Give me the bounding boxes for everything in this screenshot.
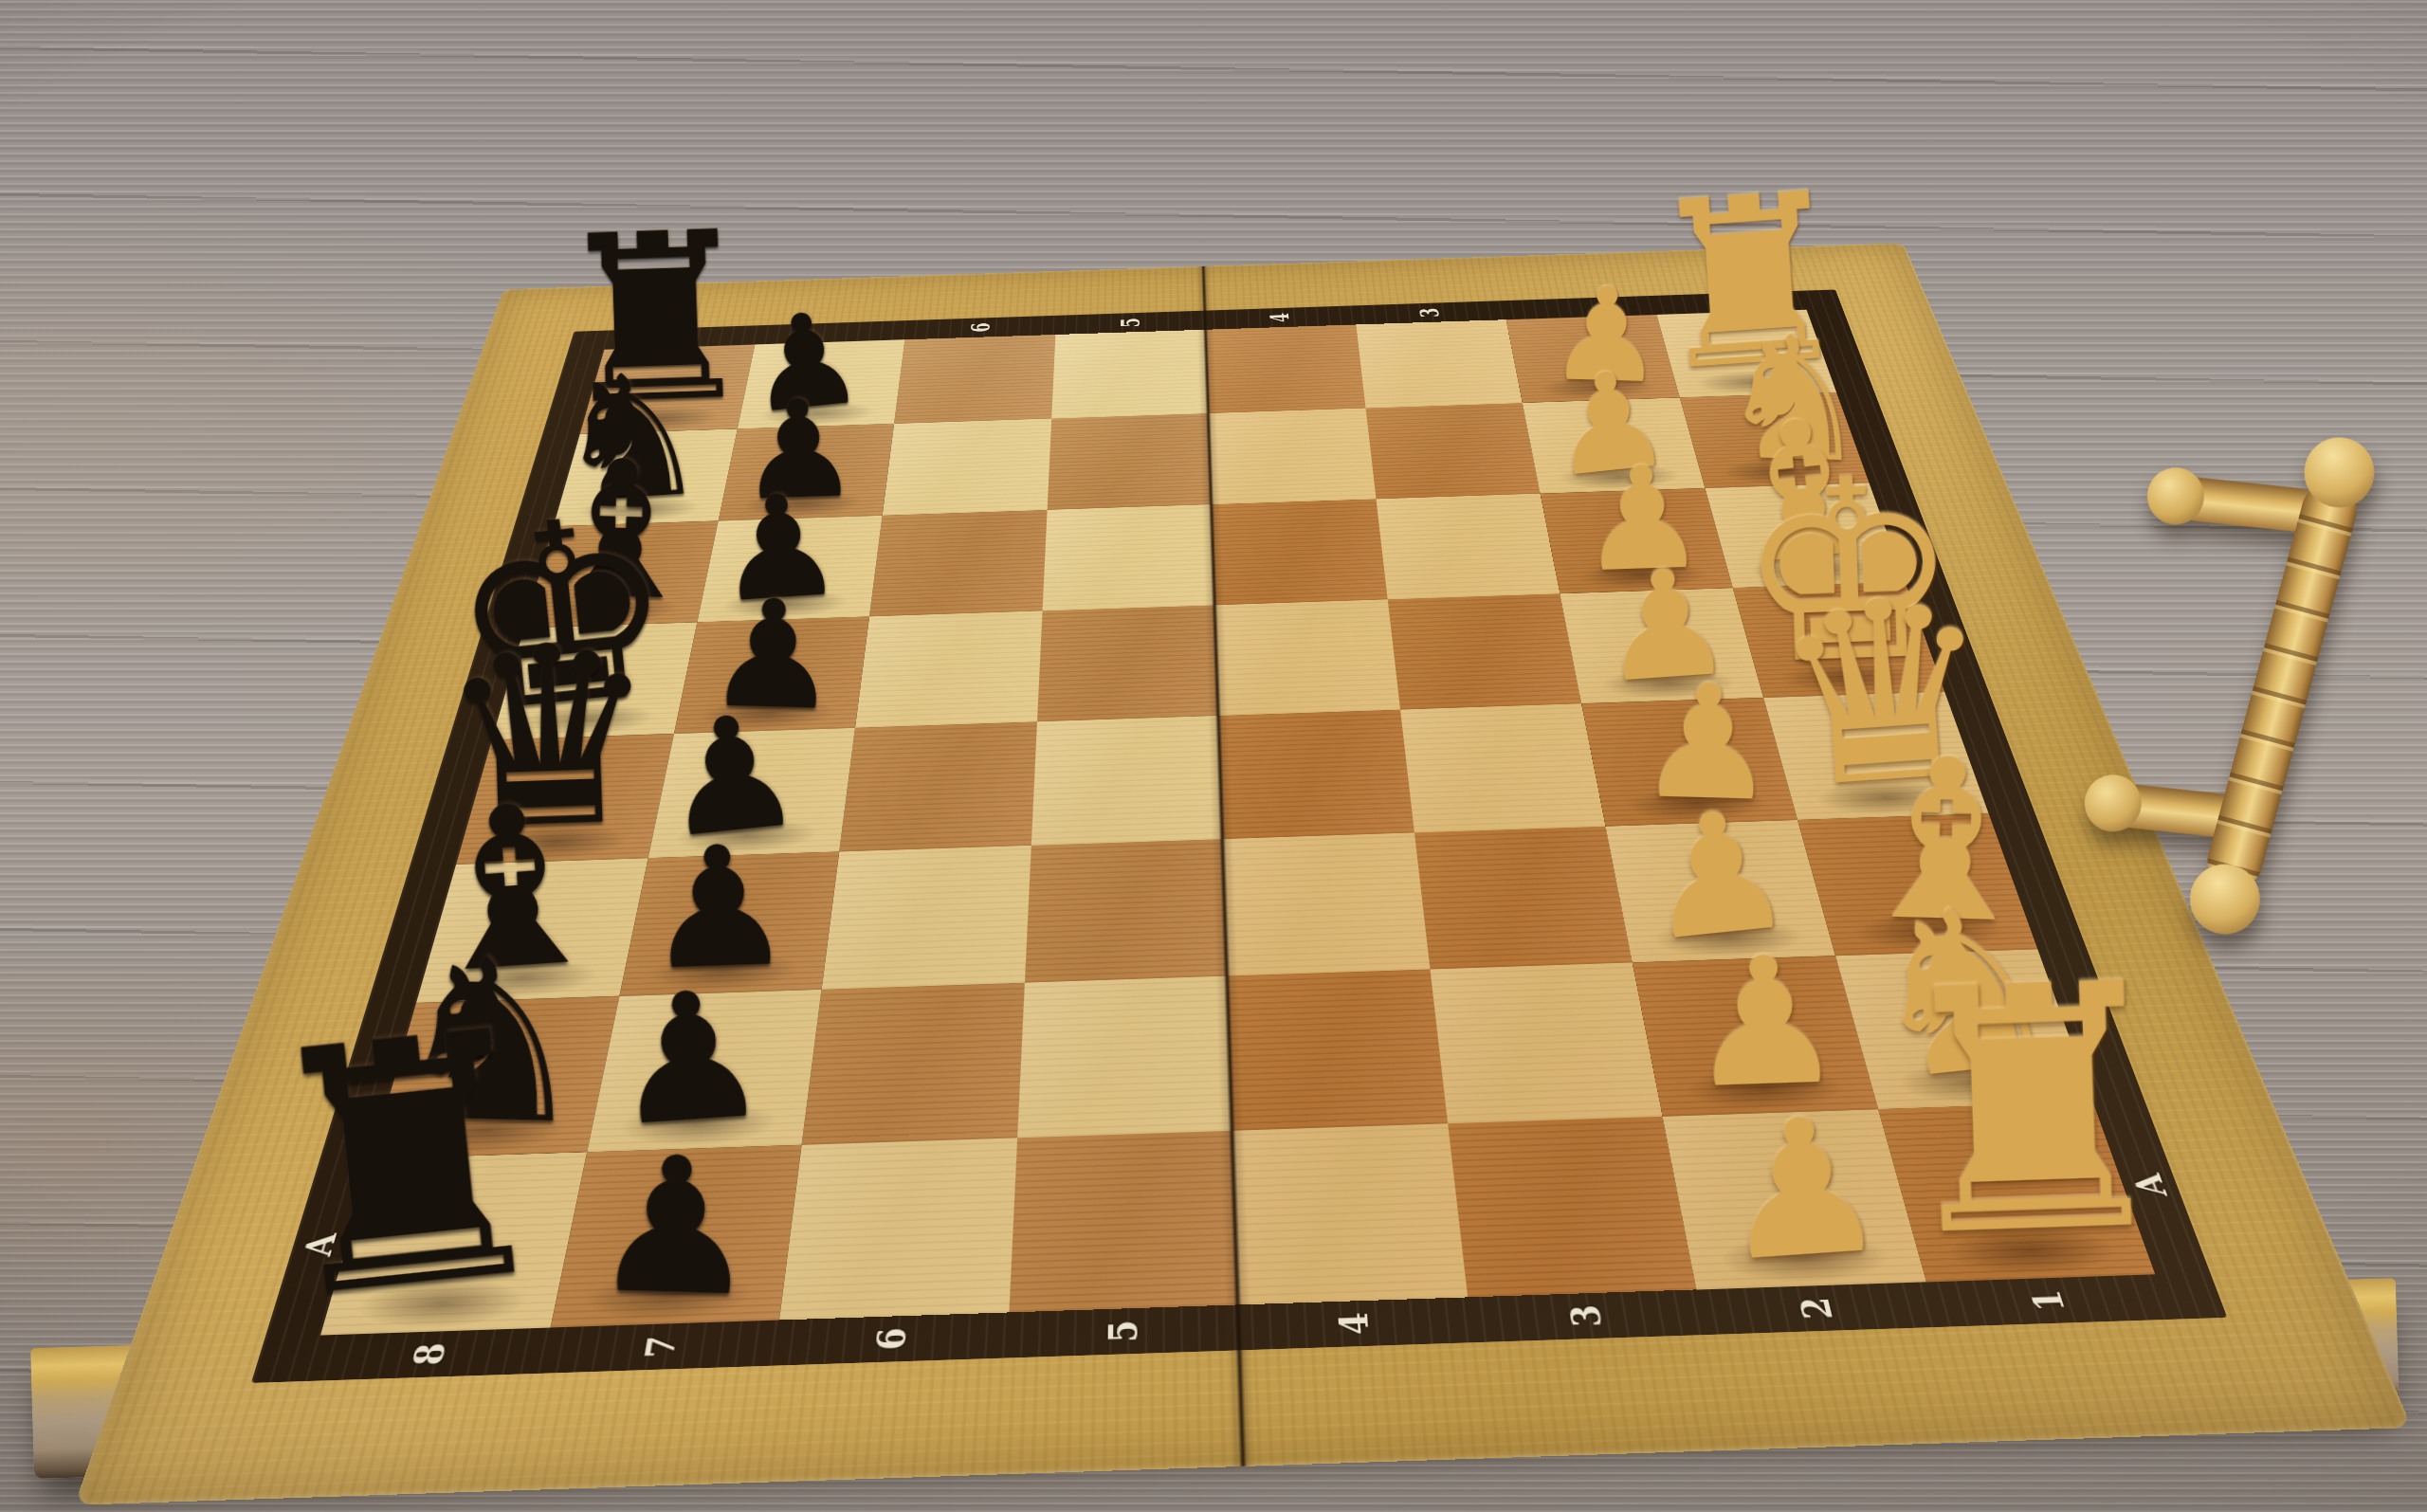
square-a4 [1232,1123,1468,1305]
square-a3 [1447,1116,1696,1297]
white-rook: ♜ [1877,947,2189,1276]
square-b5 [1017,976,1232,1138]
square-g5 [1047,413,1211,510]
square-g3 [1365,403,1540,500]
square-c5 [1024,839,1227,983]
square-f4 [1212,499,1388,605]
square-a8: ♜ [320,1152,587,1336]
rank-label-back: 3 [1410,302,1449,322]
square-e3 [1387,593,1581,710]
square-h3 [1356,319,1523,408]
photo-stage: ♜♟♟♜♞♟♟♞♝♟♟♝♚♟♟♚♛♟♟♛♝♟♟♝♞♟♟♞♜♟♟♜ 6543876… [0,0,2427,1512]
square-d3 [1400,703,1606,832]
square-b3 [1430,962,1663,1122]
square-c6 [822,845,1031,989]
square-a7: ♟ [550,1144,802,1327]
chess-board: ♜♟♟♜♞♟♟♞♝♟♟♝♚♟♟♚♛♟♟♛♝♟♟♝♞♟♟♞♜♟♟♜ 6543876… [74,243,2412,1504]
handle-ball-finial [2182,856,2269,942]
black-pawn: ♟ [588,1135,761,1318]
square-a1: ♜ [1877,1102,2155,1282]
rank-label-back: 4 [1261,307,1299,327]
square-d4 [1218,710,1414,839]
square-a6 [779,1138,1017,1321]
square-f3 [1376,494,1560,599]
square-a5 [1009,1130,1238,1312]
square-f6 [869,510,1047,616]
white-pawn: ♟ [1713,1095,1893,1284]
square-d5 [1031,716,1222,845]
square-f5 [1042,504,1214,610]
square-g4 [1208,408,1376,504]
square-e4 [1214,599,1399,716]
handle-bar [2202,479,2363,892]
square-b4 [1227,970,1447,1131]
black-rook: ♜ [243,992,575,1340]
square-e5 [1036,605,1218,721]
square-h4 [1205,324,1365,412]
square-h6 [894,335,1055,424]
square-e6 [855,610,1042,728]
square-g6 [883,418,1051,515]
rank-label-back: 5 [1112,313,1148,333]
square-d6 [839,721,1036,851]
square-b6 [802,983,1025,1145]
board-scene: ♜♟♟♜♞♟♟♞♝♟♟♝♚♟♟♚♛♟♟♛♝♟♟♝♞♟♟♞♜♟♟♜ 6543876… [0,0,2427,1512]
